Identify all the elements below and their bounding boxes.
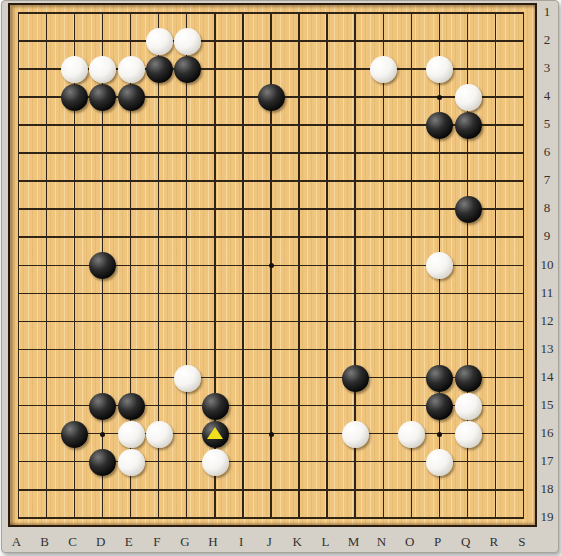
- col-label-O: O: [405, 535, 414, 548]
- stone-black-d17[interactable]: [89, 449, 116, 476]
- row-label-18: 18: [541, 482, 554, 495]
- stone-white-q15[interactable]: [455, 393, 482, 420]
- stone-white-p3[interactable]: [426, 56, 453, 83]
- row-label-13: 13: [541, 341, 554, 354]
- stone-black-f3[interactable]: [146, 56, 173, 83]
- row-label-6: 6: [544, 145, 551, 158]
- stone-black-p14[interactable]: [426, 365, 453, 392]
- stone-white-h17[interactable]: [202, 449, 229, 476]
- col-label-C: C: [68, 535, 77, 548]
- row-label-2: 2: [544, 33, 551, 46]
- row-label-12: 12: [541, 313, 554, 326]
- stone-white-e3[interactable]: [118, 56, 145, 83]
- row-label-17: 17: [541, 453, 554, 466]
- col-label-P: P: [434, 535, 441, 548]
- grid-line: [523, 12, 525, 517]
- grid-line: [326, 12, 328, 517]
- col-label-G: G: [180, 535, 189, 548]
- stone-black-d15[interactable]: [89, 393, 116, 420]
- col-label-R: R: [490, 535, 499, 548]
- stone-black-d10[interactable]: [89, 252, 116, 279]
- col-label-M: M: [348, 535, 360, 548]
- stone-white-n3[interactable]: [370, 56, 397, 83]
- col-label-S: S: [518, 535, 525, 548]
- stone-black-g3[interactable]: [174, 56, 201, 83]
- grid-line: [18, 489, 524, 491]
- goban[interactable]: [8, 3, 537, 527]
- stone-black-e4[interactable]: [118, 84, 145, 111]
- star-point: [269, 432, 274, 437]
- stone-black-q14[interactable]: [455, 365, 482, 392]
- row-label-4: 4: [544, 89, 551, 102]
- col-label-J: J: [267, 535, 272, 548]
- col-label-L: L: [321, 535, 329, 548]
- stone-black-q8[interactable]: [455, 196, 482, 223]
- stone-black-m14[interactable]: [342, 365, 369, 392]
- row-label-7: 7: [544, 173, 551, 186]
- star-point: [437, 432, 442, 437]
- stone-white-f2[interactable]: [146, 28, 173, 55]
- stone-white-d3[interactable]: [89, 56, 116, 83]
- stone-black-e15[interactable]: [118, 393, 145, 420]
- grid-line: [18, 517, 524, 519]
- row-label-15: 15: [541, 397, 554, 410]
- row-label-1: 1: [544, 5, 551, 18]
- stone-white-e17[interactable]: [118, 449, 145, 476]
- grid-line: [18, 293, 524, 295]
- stone-black-p5[interactable]: [426, 112, 453, 139]
- row-label-16: 16: [541, 425, 554, 438]
- stone-white-g14[interactable]: [174, 365, 201, 392]
- row-label-3: 3: [544, 61, 551, 74]
- last-move-triangle-marker: [207, 427, 223, 439]
- grid-line: [383, 12, 385, 517]
- star-point: [269, 263, 274, 268]
- col-label-D: D: [96, 535, 105, 548]
- star-point: [437, 95, 442, 100]
- col-label-E: E: [125, 535, 133, 548]
- stone-white-e16[interactable]: [118, 421, 145, 448]
- row-label-9: 9: [544, 229, 551, 242]
- grid-line: [495, 12, 497, 517]
- stone-black-h15[interactable]: [202, 393, 229, 420]
- row-label-11: 11: [541, 285, 554, 298]
- stone-black-j4[interactable]: [258, 84, 285, 111]
- row-label-10: 10: [541, 257, 554, 270]
- col-label-F: F: [153, 535, 160, 548]
- stone-black-c4[interactable]: [61, 84, 88, 111]
- col-label-H: H: [208, 535, 217, 548]
- row-label-14: 14: [541, 369, 554, 382]
- col-label-B: B: [40, 535, 49, 548]
- star-point: [100, 432, 105, 437]
- row-label-5: 5: [544, 117, 551, 130]
- col-label-K: K: [293, 535, 302, 548]
- col-label-N: N: [377, 535, 386, 548]
- stone-black-c16[interactable]: [61, 421, 88, 448]
- stone-white-q4[interactable]: [455, 84, 482, 111]
- grid-line: [18, 349, 524, 351]
- stone-black-h16[interactable]: [202, 421, 229, 448]
- stone-white-p10[interactable]: [426, 252, 453, 279]
- col-label-A: A: [12, 535, 21, 548]
- stone-white-q16[interactable]: [455, 421, 482, 448]
- stone-black-p15[interactable]: [426, 393, 453, 420]
- stone-black-q5[interactable]: [455, 112, 482, 139]
- stone-white-m16[interactable]: [342, 421, 369, 448]
- grid-line: [298, 12, 300, 517]
- col-label-Q: Q: [461, 535, 470, 548]
- stone-white-o16[interactable]: [398, 421, 425, 448]
- stone-white-c3[interactable]: [61, 56, 88, 83]
- row-label-8: 8: [544, 201, 551, 214]
- grid-line: [18, 321, 524, 323]
- col-label-I: I: [239, 535, 243, 548]
- board-window: ABCDEFGHIJKLMNOPQRS123456789101112131415…: [1, 0, 559, 553]
- stone-white-p17[interactable]: [426, 449, 453, 476]
- stone-white-g2[interactable]: [174, 28, 201, 55]
- row-label-19: 19: [541, 510, 554, 523]
- stone-black-d4[interactable]: [89, 84, 116, 111]
- stone-white-f16[interactable]: [146, 421, 173, 448]
